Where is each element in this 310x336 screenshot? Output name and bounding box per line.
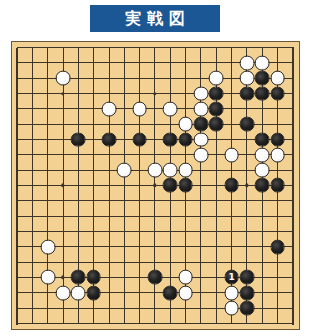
black-stone xyxy=(224,178,239,193)
white-stone xyxy=(255,147,270,162)
black-stone xyxy=(163,285,178,300)
black-stone xyxy=(178,132,193,147)
black-stone xyxy=(255,71,270,86)
black-stone xyxy=(102,132,117,147)
grid-line-horizontal xyxy=(17,108,294,109)
white-stone xyxy=(194,101,209,116)
black-stone xyxy=(209,101,224,116)
white-stone xyxy=(224,147,239,162)
white-stone xyxy=(132,101,147,116)
grid-line-horizontal xyxy=(17,231,294,232)
white-stone xyxy=(255,56,270,71)
diagram-title: 実戦図 xyxy=(90,5,220,32)
white-stone xyxy=(270,71,285,86)
star-point xyxy=(153,92,156,95)
black-stone xyxy=(255,86,270,101)
black-stone xyxy=(71,270,86,285)
black-stone xyxy=(255,178,270,193)
black-stone xyxy=(270,86,285,101)
black-stone xyxy=(239,270,254,285)
grid-line-horizontal xyxy=(17,154,294,155)
white-stone xyxy=(178,285,193,300)
white-stone xyxy=(56,285,71,300)
black-stone xyxy=(86,285,101,300)
white-stone xyxy=(194,86,209,101)
black-stone xyxy=(132,132,147,147)
grid-line-horizontal xyxy=(17,262,294,263)
black-stone xyxy=(163,178,178,193)
white-stone xyxy=(194,147,209,162)
white-stone xyxy=(178,270,193,285)
move-number-label: 1 xyxy=(228,273,234,282)
grid-line-horizontal xyxy=(17,246,294,247)
grid-line-vertical xyxy=(32,48,33,325)
grid-line-horizontal xyxy=(17,139,294,140)
white-stone xyxy=(178,117,193,132)
go-board: 1 xyxy=(11,41,300,330)
black-stone xyxy=(209,117,224,132)
white-stone xyxy=(270,147,285,162)
grid-line-horizontal xyxy=(17,200,294,201)
grid-line-horizontal xyxy=(17,323,294,325)
grid-line-horizontal xyxy=(17,47,294,49)
black-stone xyxy=(239,86,254,101)
star-point xyxy=(61,92,64,95)
diagram-title-text: 実戦図 xyxy=(125,10,191,27)
white-stone xyxy=(178,163,193,178)
white-stone xyxy=(40,239,55,254)
black-stone xyxy=(148,270,163,285)
black-stone xyxy=(86,270,101,285)
black-stone xyxy=(71,132,86,147)
move-1-stone: 1 xyxy=(224,270,239,285)
black-stone xyxy=(270,239,285,254)
grid-line-vertical xyxy=(292,48,294,325)
grid-line-vertical xyxy=(16,48,18,325)
white-stone xyxy=(255,163,270,178)
black-stone xyxy=(239,301,254,316)
white-stone xyxy=(56,71,71,86)
grid-line-vertical xyxy=(109,48,110,325)
star-point xyxy=(61,184,64,187)
white-stone xyxy=(148,163,163,178)
white-stone xyxy=(209,71,224,86)
black-stone xyxy=(178,178,193,193)
black-stone xyxy=(270,178,285,193)
black-stone xyxy=(255,132,270,147)
white-stone xyxy=(224,285,239,300)
black-stone xyxy=(239,285,254,300)
black-stone xyxy=(194,117,209,132)
star-point xyxy=(61,276,64,279)
white-stone xyxy=(102,101,117,116)
black-stone xyxy=(209,86,224,101)
black-stone xyxy=(163,132,178,147)
white-stone xyxy=(117,163,132,178)
white-stone xyxy=(239,71,254,86)
white-stone xyxy=(40,270,55,285)
grid-line-vertical xyxy=(139,48,140,325)
white-stone xyxy=(71,285,86,300)
white-stone xyxy=(163,163,178,178)
white-stone xyxy=(194,132,209,147)
black-stone xyxy=(270,132,285,147)
white-stone xyxy=(239,56,254,71)
star-point xyxy=(153,184,156,187)
grid-line-horizontal xyxy=(17,216,294,217)
page: 実戦図 1 xyxy=(0,5,310,336)
black-stone xyxy=(239,117,254,132)
white-stone xyxy=(224,301,239,316)
star-point xyxy=(245,184,248,187)
white-stone xyxy=(163,101,178,116)
grid-line-vertical xyxy=(124,48,125,325)
